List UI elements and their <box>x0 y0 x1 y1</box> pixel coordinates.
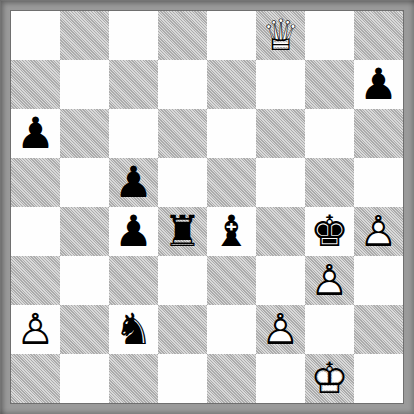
square-f5[interactable] <box>256 158 305 207</box>
square-b8[interactable] <box>60 11 109 60</box>
piece-black-pawn[interactable]: ♟ <box>354 60 403 109</box>
square-d7[interactable] <box>158 60 207 109</box>
square-d3[interactable] <box>158 256 207 305</box>
square-a7[interactable] <box>11 60 60 109</box>
square-d6[interactable] <box>158 109 207 158</box>
piece-black-knight[interactable]: ♞ <box>109 305 158 354</box>
square-e7[interactable] <box>207 60 256 109</box>
square-h3[interactable] <box>354 256 403 305</box>
square-f4[interactable] <box>256 207 305 256</box>
square-e2[interactable] <box>207 305 256 354</box>
piece-white-king[interactable]: ♚♔ <box>305 354 354 403</box>
white-pawn-icon: ♙ <box>256 305 305 354</box>
piece-black-bishop[interactable]: ♝ <box>207 207 256 256</box>
white-pawn-icon: ♙ <box>305 256 354 305</box>
square-f3[interactable] <box>256 256 305 305</box>
piece-white-pawn[interactable]: ♟♙ <box>11 305 60 354</box>
piece-black-pawn[interactable]: ♟ <box>109 207 158 256</box>
piece-white-pawn[interactable]: ♟♙ <box>354 207 403 256</box>
square-g2[interactable] <box>305 305 354 354</box>
piece-black-rook[interactable]: ♜ <box>158 207 207 256</box>
square-g1[interactable]: ♚♔ <box>305 354 354 403</box>
square-f1[interactable] <box>256 354 305 403</box>
square-h2[interactable] <box>354 305 403 354</box>
square-e5[interactable] <box>207 158 256 207</box>
square-d4[interactable]: ♜ <box>158 207 207 256</box>
square-g4[interactable]: ♚ <box>305 207 354 256</box>
white-pawn-icon: ♙ <box>11 305 60 354</box>
square-g5[interactable] <box>305 158 354 207</box>
square-h7[interactable]: ♟ <box>354 60 403 109</box>
chess-board: ♛♕♟♟♟♟♜♝♚♟♙♟♙♟♙♞♟♙♚♔ <box>11 11 403 403</box>
square-f7[interactable] <box>256 60 305 109</box>
square-b6[interactable] <box>60 109 109 158</box>
square-e1[interactable] <box>207 354 256 403</box>
square-a8[interactable] <box>11 11 60 60</box>
square-c6[interactable] <box>109 109 158 158</box>
square-f2[interactable]: ♟♙ <box>256 305 305 354</box>
square-h8[interactable] <box>354 11 403 60</box>
chess-board-frame: ♛♕♟♟♟♟♜♝♚♟♙♟♙♟♙♞♟♙♚♔ <box>0 0 414 414</box>
piece-white-pawn[interactable]: ♟♙ <box>305 256 354 305</box>
square-a1[interactable] <box>11 354 60 403</box>
square-c5[interactable]: ♟ <box>109 158 158 207</box>
white-pawn-icon: ♙ <box>354 207 403 256</box>
square-g3[interactable]: ♟♙ <box>305 256 354 305</box>
square-a5[interactable] <box>11 158 60 207</box>
square-b5[interactable] <box>60 158 109 207</box>
square-c1[interactable] <box>109 354 158 403</box>
square-b7[interactable] <box>60 60 109 109</box>
square-a4[interactable] <box>11 207 60 256</box>
piece-black-king[interactable]: ♚ <box>305 207 354 256</box>
square-a3[interactable] <box>11 256 60 305</box>
square-b4[interactable] <box>60 207 109 256</box>
square-d2[interactable] <box>158 305 207 354</box>
piece-white-pawn[interactable]: ♟♙ <box>256 305 305 354</box>
square-f6[interactable] <box>256 109 305 158</box>
square-d1[interactable] <box>158 354 207 403</box>
square-b1[interactable] <box>60 354 109 403</box>
square-d5[interactable] <box>158 158 207 207</box>
square-h5[interactable] <box>354 158 403 207</box>
square-c4[interactable]: ♟ <box>109 207 158 256</box>
square-b3[interactable] <box>60 256 109 305</box>
square-e4[interactable]: ♝ <box>207 207 256 256</box>
square-a6[interactable]: ♟ <box>11 109 60 158</box>
square-d8[interactable] <box>158 11 207 60</box>
white-queen-icon: ♕ <box>256 11 305 60</box>
square-a2[interactable]: ♟♙ <box>11 305 60 354</box>
square-g6[interactable] <box>305 109 354 158</box>
square-g7[interactable] <box>305 60 354 109</box>
square-e3[interactable] <box>207 256 256 305</box>
piece-white-queen[interactable]: ♛♕ <box>256 11 305 60</box>
piece-black-pawn[interactable]: ♟ <box>11 109 60 158</box>
square-f8[interactable]: ♛♕ <box>256 11 305 60</box>
square-c7[interactable] <box>109 60 158 109</box>
square-g8[interactable] <box>305 11 354 60</box>
white-king-icon: ♔ <box>305 354 354 403</box>
square-h6[interactable] <box>354 109 403 158</box>
square-c8[interactable] <box>109 11 158 60</box>
square-e8[interactable] <box>207 11 256 60</box>
square-b2[interactable] <box>60 305 109 354</box>
square-h1[interactable] <box>354 354 403 403</box>
piece-black-pawn[interactable]: ♟ <box>109 158 158 207</box>
square-c2[interactable]: ♞ <box>109 305 158 354</box>
square-e6[interactable] <box>207 109 256 158</box>
square-c3[interactable] <box>109 256 158 305</box>
square-h4[interactable]: ♟♙ <box>354 207 403 256</box>
